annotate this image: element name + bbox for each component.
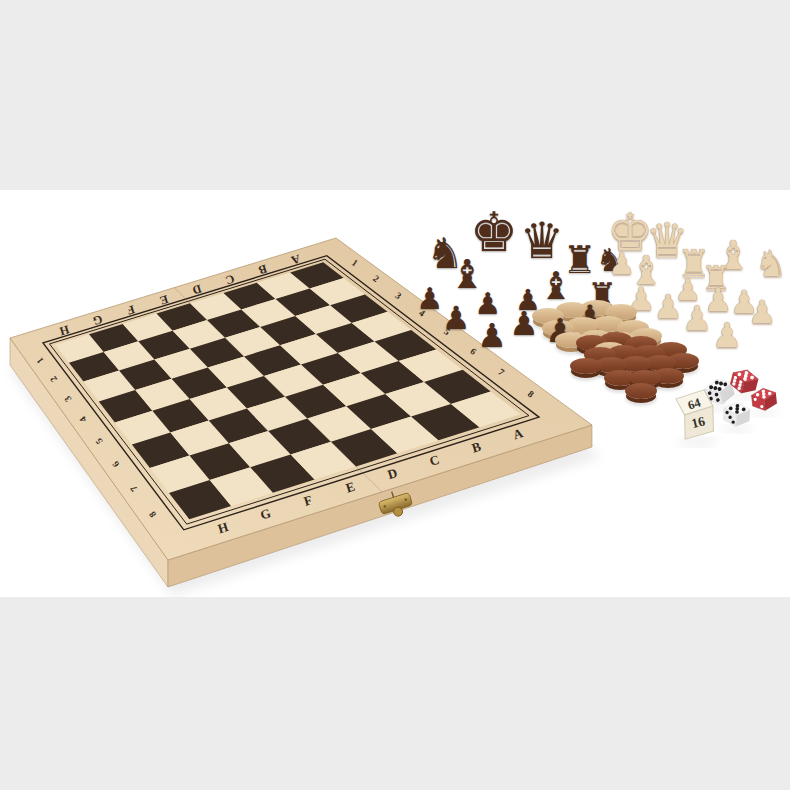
red-die-icon — [751, 387, 778, 412]
product-photo: HH11GG22FF33EE44DD55CC66BB77AA886416 ♚♚♛… — [0, 0, 790, 790]
letterbox-bottom-bar — [0, 597, 790, 790]
